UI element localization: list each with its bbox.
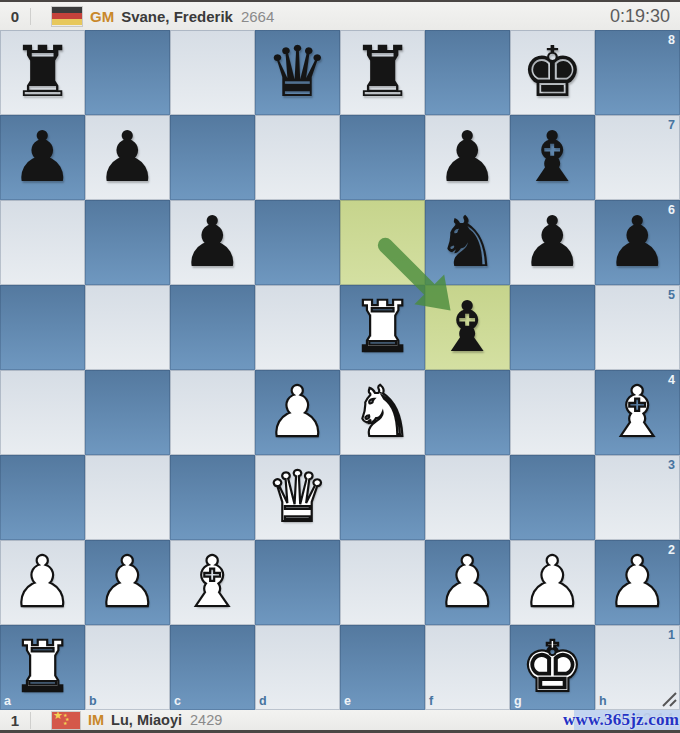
square-e1[interactable]: e xyxy=(340,625,425,710)
rank-label-6: 6 xyxy=(668,203,675,217)
piece-black-bishop[interactable]: ♝ xyxy=(425,285,510,370)
square-b6[interactable] xyxy=(85,200,170,285)
square-e3[interactable] xyxy=(340,455,425,540)
player-title-top: GM xyxy=(90,8,114,25)
square-f4[interactable] xyxy=(425,370,510,455)
square-g1[interactable]: ♚g xyxy=(510,625,595,710)
chess-board: ♜♛♜♚8♟♟♟♝7♟♞♟♟6♜♝5♟♞♝4♛3♟♟♝♟♟♟2♜abcdef♚g… xyxy=(0,30,680,710)
square-c6[interactable]: ♟ xyxy=(170,200,255,285)
piece-white-pawn[interactable]: ♟ xyxy=(425,540,510,625)
rank-label-3: 3 xyxy=(668,458,675,472)
square-a6[interactable] xyxy=(0,200,85,285)
piece-white-bishop[interactable]: ♝ xyxy=(170,540,255,625)
square-h7[interactable]: 7 xyxy=(595,115,680,200)
piece-black-pawn[interactable]: ♟ xyxy=(425,115,510,200)
piece-black-rook[interactable]: ♜ xyxy=(0,30,85,115)
file-label-a: a xyxy=(4,694,11,708)
square-c3[interactable] xyxy=(170,455,255,540)
watermark-zone: 0:12:14 www.365jz.com xyxy=(490,710,680,730)
piece-white-pawn[interactable]: ♟ xyxy=(0,540,85,625)
rank-label-4: 4 xyxy=(668,373,675,387)
square-h5[interactable]: 5 xyxy=(595,285,680,370)
square-d8[interactable]: ♛ xyxy=(255,30,340,115)
score-bottom: 1 xyxy=(0,712,30,729)
file-label-h: h xyxy=(599,694,607,708)
bar-separator xyxy=(30,8,31,25)
piece-black-pawn[interactable]: ♟ xyxy=(510,200,595,285)
square-c4[interactable] xyxy=(170,370,255,455)
player-name-top: Svane, Frederik xyxy=(121,8,233,25)
square-c1[interactable]: c xyxy=(170,625,255,710)
rank-label-7: 7 xyxy=(668,118,675,132)
square-e8[interactable]: ♜ xyxy=(340,30,425,115)
watermark-link[interactable]: www.365jz.com xyxy=(563,710,679,730)
square-b2[interactable]: ♟ xyxy=(85,540,170,625)
piece-black-pawn[interactable]: ♟ xyxy=(0,115,85,200)
square-d1[interactable]: d xyxy=(255,625,340,710)
player-bar-top: 0 GM Svane, Frederik 2664 0:19:30 xyxy=(0,0,680,30)
piece-white-rook[interactable]: ♜ xyxy=(0,625,85,710)
piece-white-king[interactable]: ♚ xyxy=(510,625,595,710)
piece-black-king[interactable]: ♚ xyxy=(510,30,595,115)
square-d2[interactable] xyxy=(255,540,340,625)
rank-label-2: 2 xyxy=(668,543,675,557)
piece-white-knight[interactable]: ♞ xyxy=(340,370,425,455)
square-b5[interactable] xyxy=(85,285,170,370)
player-title-bottom: IM xyxy=(88,712,104,728)
square-a5[interactable] xyxy=(0,285,85,370)
square-c5[interactable] xyxy=(170,285,255,370)
square-b8[interactable] xyxy=(85,30,170,115)
square-h8[interactable]: 8 xyxy=(595,30,680,115)
piece-white-rook[interactable]: ♜ xyxy=(340,285,425,370)
piece-black-queen[interactable]: ♛ xyxy=(255,30,340,115)
rank-label-5: 5 xyxy=(668,288,675,302)
square-h6[interactable]: ♟6 xyxy=(595,200,680,285)
square-h3[interactable]: 3 xyxy=(595,455,680,540)
square-e6[interactable] xyxy=(340,200,425,285)
resize-handle[interactable] xyxy=(657,687,677,707)
square-b3[interactable] xyxy=(85,455,170,540)
germany-flag-icon xyxy=(52,7,82,26)
square-c7[interactable] xyxy=(170,115,255,200)
file-label-f: f xyxy=(429,694,433,708)
rank-label-1: 1 xyxy=(668,628,675,642)
player-bar-bottom: 1 ★ ★ ★ ★ IM Lu, Miaoyi 2429 0:12:14 www… xyxy=(0,710,680,733)
square-d7[interactable] xyxy=(255,115,340,200)
rank-label-8: 8 xyxy=(668,33,675,47)
square-f7[interactable]: ♟ xyxy=(425,115,510,200)
square-c2[interactable]: ♝ xyxy=(170,540,255,625)
square-a2[interactable]: ♟ xyxy=(0,540,85,625)
square-f5[interactable]: ♝ xyxy=(425,285,510,370)
piece-black-rook[interactable]: ♜ xyxy=(340,30,425,115)
square-d6[interactable] xyxy=(255,200,340,285)
square-f1[interactable]: f xyxy=(425,625,510,710)
square-a3[interactable] xyxy=(0,455,85,540)
square-b4[interactable] xyxy=(85,370,170,455)
piece-white-pawn[interactable]: ♟ xyxy=(510,540,595,625)
square-f2[interactable]: ♟ xyxy=(425,540,510,625)
square-b7[interactable]: ♟ xyxy=(85,115,170,200)
file-label-e: e xyxy=(344,694,351,708)
square-c8[interactable] xyxy=(170,30,255,115)
piece-black-pawn[interactable]: ♟ xyxy=(170,200,255,285)
square-e2[interactable] xyxy=(340,540,425,625)
bar-separator xyxy=(30,712,31,729)
square-g5[interactable] xyxy=(510,285,595,370)
clock-top: 0:19:30 xyxy=(610,6,680,27)
piece-black-pawn[interactable]: ♟ xyxy=(85,115,170,200)
square-d3[interactable]: ♛ xyxy=(255,455,340,540)
piece-white-pawn[interactable]: ♟ xyxy=(85,540,170,625)
chess-app-window: 0 GM Svane, Frederik 2664 0:19:30 ♜♛♜♚8♟… xyxy=(0,0,680,733)
square-b1[interactable]: b xyxy=(85,625,170,710)
square-f6[interactable]: ♞ xyxy=(425,200,510,285)
square-e4[interactable]: ♞ xyxy=(340,370,425,455)
square-a1[interactable]: ♜a xyxy=(0,625,85,710)
player-rating-top: 2664 xyxy=(241,8,274,25)
square-a8[interactable]: ♜ xyxy=(0,30,85,115)
file-label-g: g xyxy=(514,694,522,708)
piece-white-queen[interactable]: ♛ xyxy=(255,455,340,540)
file-label-b: b xyxy=(89,694,97,708)
square-g2[interactable]: ♟ xyxy=(510,540,595,625)
square-d5[interactable] xyxy=(255,285,340,370)
player-rating-bottom: 2429 xyxy=(190,712,222,728)
square-h2[interactable]: ♟2 xyxy=(595,540,680,625)
square-g4[interactable] xyxy=(510,370,595,455)
square-f8[interactable] xyxy=(425,30,510,115)
file-label-c: c xyxy=(174,694,181,708)
square-a4[interactable] xyxy=(0,370,85,455)
square-g8[interactable]: ♚ xyxy=(510,30,595,115)
square-a7[interactable]: ♟ xyxy=(0,115,85,200)
square-g7[interactable]: ♝ xyxy=(510,115,595,200)
file-label-d: d xyxy=(259,694,267,708)
square-g6[interactable]: ♟ xyxy=(510,200,595,285)
piece-black-bishop[interactable]: ♝ xyxy=(510,115,595,200)
square-d4[interactable]: ♟ xyxy=(255,370,340,455)
score-top: 0 xyxy=(0,8,30,25)
player-name-bottom: Lu, Miaoyi xyxy=(111,712,182,728)
square-e7[interactable] xyxy=(340,115,425,200)
square-h4[interactable]: ♝4 xyxy=(595,370,680,455)
square-f3[interactable] xyxy=(425,455,510,540)
square-e5[interactable]: ♜ xyxy=(340,285,425,370)
piece-black-knight[interactable]: ♞ xyxy=(425,200,510,285)
piece-white-pawn[interactable]: ♟ xyxy=(255,370,340,455)
china-flag-icon: ★ ★ ★ ★ xyxy=(52,712,80,729)
square-g3[interactable] xyxy=(510,455,595,540)
